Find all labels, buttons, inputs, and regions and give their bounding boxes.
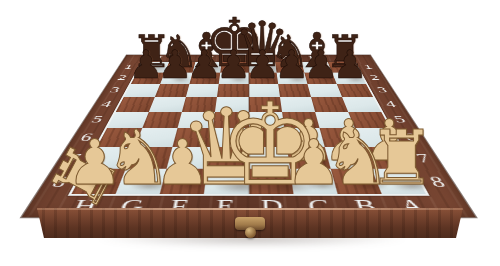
square-F2[interactable] <box>189 73 220 85</box>
square-D2[interactable] <box>248 73 277 85</box>
fold-seam <box>247 62 250 194</box>
square-C7[interactable] <box>286 147 330 169</box>
square-G3[interactable] <box>155 84 190 97</box>
square-C2[interactable] <box>276 73 307 85</box>
square-A4[interactable] <box>341 97 380 112</box>
square-F8[interactable] <box>159 169 207 195</box>
square-B3[interactable] <box>307 84 342 97</box>
square-E4[interactable] <box>215 97 248 112</box>
square-H2[interactable] <box>130 73 164 85</box>
square-B4[interactable] <box>310 97 347 112</box>
square-F4[interactable] <box>182 97 217 112</box>
square-A6[interactable] <box>354 128 400 147</box>
square-F6[interactable] <box>172 128 212 147</box>
square-E5[interactable] <box>213 112 248 128</box>
square-E2[interactable] <box>219 73 248 85</box>
square-B1[interactable] <box>301 62 332 72</box>
square-A7[interactable] <box>362 147 412 169</box>
square-G6[interactable] <box>134 128 177 147</box>
square-C4[interactable] <box>279 97 314 112</box>
square-D4[interactable] <box>248 97 281 112</box>
front-panel <box>30 208 470 244</box>
square-G7[interactable] <box>125 147 172 169</box>
square-E1[interactable] <box>220 62 248 72</box>
square-C1[interactable] <box>274 62 303 72</box>
square-D8[interactable] <box>248 169 292 195</box>
square-D7[interactable] <box>248 147 289 169</box>
square-E6[interactable] <box>210 128 248 147</box>
square-A2[interactable] <box>332 73 366 85</box>
square-F3[interactable] <box>186 84 219 97</box>
square-G4[interactable] <box>149 97 186 112</box>
square-A3[interactable] <box>336 84 372 97</box>
square-A1[interactable] <box>327 62 359 72</box>
clasp-latch[interactable] <box>235 217 265 230</box>
clasp-knob[interactable] <box>245 227 256 238</box>
square-E8[interactable] <box>204 169 248 195</box>
square-A5[interactable] <box>347 112 389 128</box>
square-C6[interactable] <box>283 128 323 147</box>
square-D5[interactable] <box>248 112 283 128</box>
square-F1[interactable] <box>192 62 221 72</box>
square-F5[interactable] <box>177 112 215 128</box>
square-B2[interactable] <box>304 73 337 85</box>
square-G1[interactable] <box>164 62 195 72</box>
square-C5[interactable] <box>281 112 319 128</box>
square-E7[interactable] <box>207 147 248 169</box>
square-G2[interactable] <box>160 73 193 85</box>
square-D3[interactable] <box>248 84 279 97</box>
square-E3[interactable] <box>217 84 248 97</box>
square-F7[interactable] <box>166 147 210 169</box>
product-photo: HGFEDCBA HGFEDCBA 12345678 12345678 ♜♞♝♚… <box>0 0 500 266</box>
board-plane: HGFEDCBA HGFEDCBA 12345678 12345678 <box>21 55 475 218</box>
square-G5[interactable] <box>142 112 182 128</box>
square-H1[interactable] <box>137 62 169 72</box>
square-D1[interactable] <box>248 62 276 72</box>
front-edge-highlight <box>37 208 463 210</box>
square-C3[interactable] <box>277 84 310 97</box>
square-D6[interactable] <box>248 128 286 147</box>
square-C8[interactable] <box>289 169 337 195</box>
